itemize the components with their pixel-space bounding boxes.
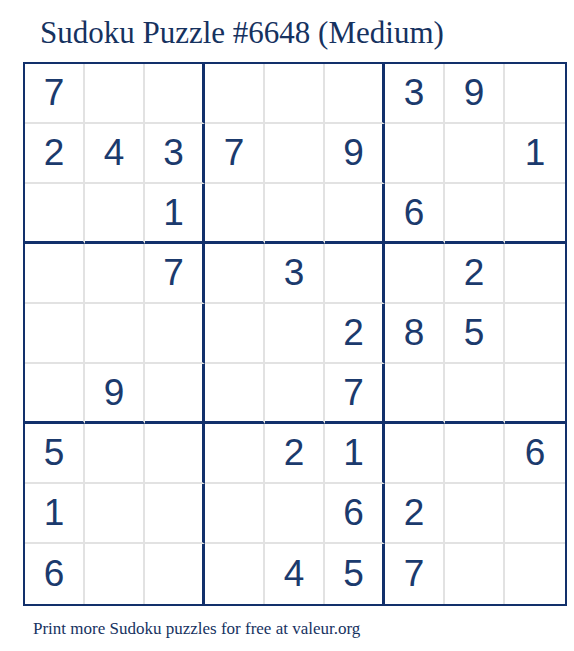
cell-r9c1: 6 <box>25 544 85 604</box>
cell-r9c8 <box>445 544 505 604</box>
cell-r9c2 <box>85 544 145 604</box>
cell-r7c6: 1 <box>325 424 385 484</box>
cell-r3c7: 6 <box>385 184 445 244</box>
cell-r4c9 <box>505 244 565 304</box>
cell-r5c3 <box>145 304 205 364</box>
cell-r4c7 <box>385 244 445 304</box>
cell-r3c5 <box>265 184 325 244</box>
cell-r6c3 <box>145 364 205 424</box>
cell-r1c9 <box>505 64 565 124</box>
cell-r1c4 <box>205 64 265 124</box>
cell-r2c5 <box>265 124 325 184</box>
cell-r6c9 <box>505 364 565 424</box>
cell-r5c4 <box>205 304 265 364</box>
cell-r3c9 <box>505 184 565 244</box>
cell-r4c6 <box>325 244 385 304</box>
cell-r5c7: 8 <box>385 304 445 364</box>
cell-r1c3 <box>145 64 205 124</box>
cell-r8c5 <box>265 484 325 544</box>
cell-r8c2 <box>85 484 145 544</box>
cell-r6c5 <box>265 364 325 424</box>
cell-r3c8 <box>445 184 505 244</box>
cell-r5c8: 5 <box>445 304 505 364</box>
cell-r5c1 <box>25 304 85 364</box>
cell-r7c4 <box>205 424 265 484</box>
cell-r5c6: 2 <box>325 304 385 364</box>
cell-r5c9 <box>505 304 565 364</box>
cell-r6c2: 9 <box>85 364 145 424</box>
cell-r5c2 <box>85 304 145 364</box>
cell-r2c8 <box>445 124 505 184</box>
cell-r1c8: 9 <box>445 64 505 124</box>
cell-r7c1: 5 <box>25 424 85 484</box>
cell-r2c6: 9 <box>325 124 385 184</box>
cell-r1c5 <box>265 64 325 124</box>
page-title: Sudoku Puzzle #6648 (Medium) <box>0 0 574 52</box>
cell-r6c7 <box>385 364 445 424</box>
sudoku-board: 739243791167322859752161626457 <box>23 62 567 606</box>
footer-note: Print more Sudoku puzzles for free at va… <box>0 606 574 639</box>
cell-r8c1: 1 <box>25 484 85 544</box>
cell-r7c9: 6 <box>505 424 565 484</box>
cell-r8c8 <box>445 484 505 544</box>
cell-r9c5: 4 <box>265 544 325 604</box>
cell-r3c4 <box>205 184 265 244</box>
cell-r3c3: 1 <box>145 184 205 244</box>
cell-r2c4: 7 <box>205 124 265 184</box>
cell-r6c8 <box>445 364 505 424</box>
cell-r3c1 <box>25 184 85 244</box>
cell-r3c6 <box>325 184 385 244</box>
cell-r7c7 <box>385 424 445 484</box>
cell-r2c2: 4 <box>85 124 145 184</box>
cell-r4c1 <box>25 244 85 304</box>
cell-r8c4 <box>205 484 265 544</box>
cell-r8c6: 6 <box>325 484 385 544</box>
cell-r8c7: 2 <box>385 484 445 544</box>
cell-r4c3: 7 <box>145 244 205 304</box>
cell-r7c8 <box>445 424 505 484</box>
cell-r1c2 <box>85 64 145 124</box>
cell-r4c5: 3 <box>265 244 325 304</box>
cell-r7c2 <box>85 424 145 484</box>
cell-r9c6: 5 <box>325 544 385 604</box>
cell-r7c3 <box>145 424 205 484</box>
cell-r9c9 <box>505 544 565 604</box>
cell-r6c6: 7 <box>325 364 385 424</box>
cell-r4c8: 2 <box>445 244 505 304</box>
cell-r6c4 <box>205 364 265 424</box>
cell-r8c3 <box>145 484 205 544</box>
cell-r2c1: 2 <box>25 124 85 184</box>
cell-r2c7 <box>385 124 445 184</box>
cell-r8c9 <box>505 484 565 544</box>
cell-r2c3: 3 <box>145 124 205 184</box>
cell-r2c9: 1 <box>505 124 565 184</box>
cell-r1c7: 3 <box>385 64 445 124</box>
cell-r9c7: 7 <box>385 544 445 604</box>
cell-r1c6 <box>325 64 385 124</box>
cell-r4c2 <box>85 244 145 304</box>
cell-r9c4 <box>205 544 265 604</box>
cell-r7c5: 2 <box>265 424 325 484</box>
cell-r4c4 <box>205 244 265 304</box>
cell-r5c5 <box>265 304 325 364</box>
sudoku-page: Sudoku Puzzle #6648 (Medium) 73924379116… <box>0 0 574 651</box>
cell-r6c1 <box>25 364 85 424</box>
cell-r3c2 <box>85 184 145 244</box>
cell-r1c1: 7 <box>25 64 85 124</box>
cell-r9c3 <box>145 544 205 604</box>
